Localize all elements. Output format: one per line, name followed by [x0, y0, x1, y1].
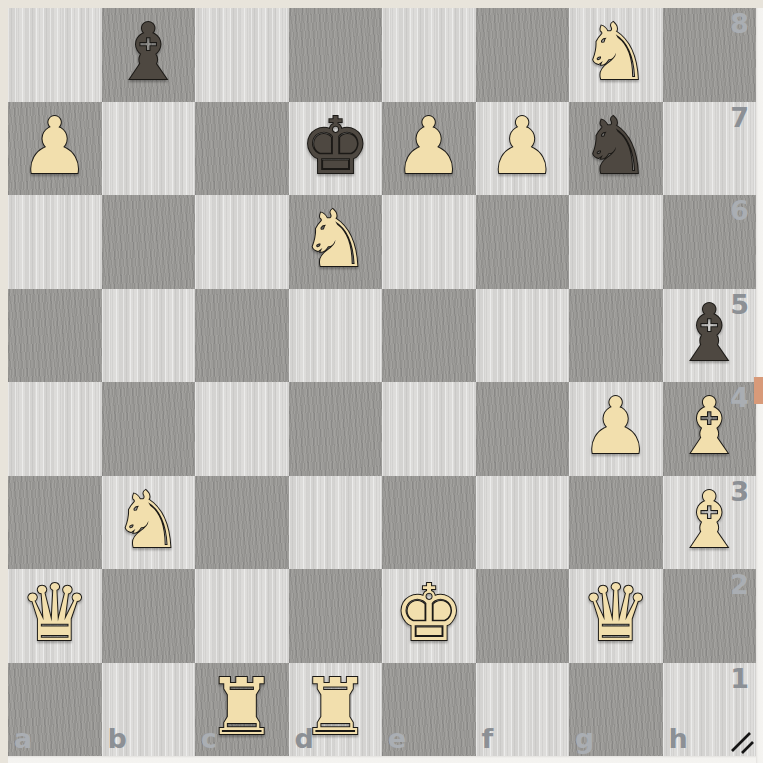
square-d6[interactable]: ♞ — [289, 195, 383, 289]
square-c1[interactable]: ♜c — [195, 663, 289, 757]
square-g2[interactable]: ♛ — [569, 569, 663, 663]
piece-white-knight-d6[interactable]: ♞ — [300, 195, 370, 286]
square-a2[interactable]: ♛ — [8, 569, 102, 663]
square-e3[interactable] — [382, 476, 476, 570]
file-label-c: c — [201, 725, 217, 752]
square-a1[interactable]: a — [8, 663, 102, 757]
piece-white-pawn-a7[interactable]: ♟ — [20, 102, 90, 193]
piece-white-pawn-e7[interactable]: ♟ — [394, 102, 464, 193]
bottom-border-strip — [8, 756, 756, 763]
file-label-f: f — [482, 725, 494, 752]
rank-label-6: 6 — [730, 197, 749, 224]
square-d4[interactable] — [289, 382, 383, 476]
square-a7[interactable]: ♟ — [8, 102, 102, 196]
square-h7[interactable]: 7 — [663, 102, 757, 196]
square-f8[interactable] — [476, 8, 570, 102]
rank-label-8: 8 — [730, 10, 749, 37]
square-b5[interactable] — [102, 289, 196, 383]
square-a4[interactable] — [8, 382, 102, 476]
square-a8[interactable] — [8, 8, 102, 102]
chess-board: ♝♞8♟♚♟♟♞7♞6♝5♟♝4♞♝3♛♚♛2ab♜c♜defg1h — [8, 8, 756, 756]
square-f3[interactable] — [476, 476, 570, 570]
square-f2[interactable] — [476, 569, 570, 663]
square-g3[interactable] — [569, 476, 663, 570]
square-g6[interactable] — [569, 195, 663, 289]
rank-label-1: 1 — [730, 665, 749, 692]
rank-label-4: 4 — [730, 384, 749, 411]
square-e4[interactable] — [382, 382, 476, 476]
square-d8[interactable] — [289, 8, 383, 102]
square-b1[interactable]: b — [102, 663, 196, 757]
square-h5[interactable]: ♝5 — [663, 289, 757, 383]
square-h4[interactable]: ♝4 — [663, 382, 757, 476]
rank-label-2: 2 — [730, 571, 749, 598]
square-e6[interactable] — [382, 195, 476, 289]
piece-white-queen-a2[interactable]: ♛ — [20, 569, 90, 660]
square-e1[interactable]: e — [382, 663, 476, 757]
square-b6[interactable] — [102, 195, 196, 289]
square-h8[interactable]: 8 — [663, 8, 757, 102]
square-c2[interactable] — [195, 569, 289, 663]
square-b4[interactable] — [102, 382, 196, 476]
square-a5[interactable] — [8, 289, 102, 383]
square-b2[interactable] — [102, 569, 196, 663]
square-f6[interactable] — [476, 195, 570, 289]
rank-label-3: 3 — [730, 478, 749, 505]
square-b8[interactable]: ♝ — [102, 8, 196, 102]
square-c3[interactable] — [195, 476, 289, 570]
file-label-e: e — [388, 725, 406, 752]
square-a6[interactable] — [8, 195, 102, 289]
scrollbar-marker[interactable] — [754, 377, 763, 404]
file-label-g: g — [575, 725, 594, 752]
square-c7[interactable] — [195, 102, 289, 196]
piece-white-knight-g8[interactable]: ♞ — [581, 8, 651, 99]
file-label-d: d — [295, 725, 314, 752]
square-e2[interactable]: ♚ — [382, 569, 476, 663]
rank-label-5: 5 — [730, 291, 749, 318]
file-label-h: h — [669, 725, 688, 752]
square-h3[interactable]: ♝3 — [663, 476, 757, 570]
square-g7[interactable]: ♞ — [569, 102, 663, 196]
square-c4[interactable] — [195, 382, 289, 476]
piece-white-pawn-f7[interactable]: ♟ — [487, 102, 557, 193]
square-f5[interactable] — [476, 289, 570, 383]
square-g8[interactable]: ♞ — [569, 8, 663, 102]
square-e7[interactable]: ♟ — [382, 102, 476, 196]
square-g4[interactable]: ♟ — [569, 382, 663, 476]
square-f7[interactable]: ♟ — [476, 102, 570, 196]
square-f1[interactable]: f — [476, 663, 570, 757]
square-d5[interactable] — [289, 289, 383, 383]
resize-grip-icon[interactable] — [729, 729, 755, 755]
square-b3[interactable]: ♞ — [102, 476, 196, 570]
square-d3[interactable] — [289, 476, 383, 570]
square-g1[interactable]: g — [569, 663, 663, 757]
square-a3[interactable] — [8, 476, 102, 570]
square-d7[interactable]: ♚ — [289, 102, 383, 196]
piece-white-rook-c1[interactable]: ♜ — [207, 663, 277, 754]
square-f4[interactable] — [476, 382, 570, 476]
file-label-b: b — [108, 725, 127, 752]
square-d2[interactable] — [289, 569, 383, 663]
square-h2[interactable]: 2 — [663, 569, 757, 663]
square-e8[interactable] — [382, 8, 476, 102]
square-c8[interactable] — [195, 8, 289, 102]
piece-black-bishop-b8[interactable]: ♝ — [113, 8, 183, 99]
chess-window: ♝♞8♟♚♟♟♞7♞6♝5♟♝4♞♝3♛♚♛2ab♜c♜defg1h — [0, 0, 763, 763]
square-g5[interactable] — [569, 289, 663, 383]
piece-white-pawn-g4[interactable]: ♟ — [581, 382, 651, 473]
piece-white-knight-b3[interactable]: ♞ — [113, 476, 183, 567]
square-h6[interactable]: 6 — [663, 195, 757, 289]
square-e5[interactable] — [382, 289, 476, 383]
piece-black-king-d7[interactable]: ♚ — [300, 102, 370, 193]
square-b7[interactable] — [102, 102, 196, 196]
piece-black-knight-g7[interactable]: ♞ — [581, 102, 651, 193]
rank-label-7: 7 — [730, 104, 749, 131]
piece-white-king-e2[interactable]: ♚ — [394, 569, 464, 660]
square-c5[interactable] — [195, 289, 289, 383]
file-label-a: a — [14, 725, 32, 752]
square-c6[interactable] — [195, 195, 289, 289]
square-d1[interactable]: ♜d — [289, 663, 383, 757]
piece-white-queen-g2[interactable]: ♛ — [581, 569, 651, 660]
